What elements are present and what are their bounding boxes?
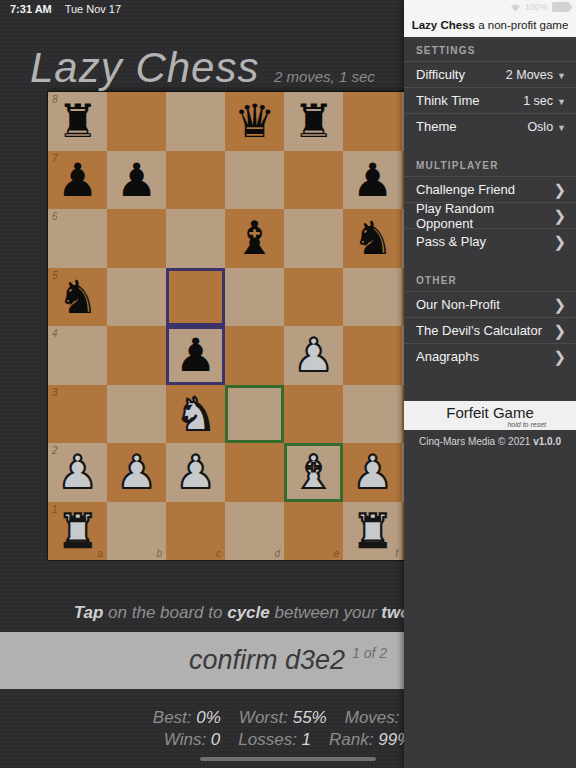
- piece-black-bishop-d6[interactable]: ♝: [234, 215, 275, 261]
- piece-white-rook-f1[interactable]: ♜: [352, 508, 393, 554]
- square-c1[interactable]: c: [166, 502, 225, 561]
- chevron-right-icon: ❯: [553, 207, 566, 224]
- stat-value: 0: [211, 730, 220, 749]
- square-c5[interactable]: [166, 268, 225, 327]
- chevron-right-icon: ❯: [553, 296, 566, 313]
- square-b2[interactable]: ♟: [107, 443, 166, 502]
- stat-best: Best: 0%: [153, 708, 221, 727]
- file-label-b: b: [156, 548, 162, 559]
- square-b5[interactable]: [107, 268, 166, 327]
- panel-row-anagraphs[interactable]: Anagraphs❯: [404, 343, 576, 369]
- piece-black-pawn-b7[interactable]: ♟: [116, 157, 157, 203]
- section-gap: [404, 254, 576, 267]
- row-label: Play Random Opponent: [416, 201, 553, 231]
- rank-label-4: 4: [52, 328, 58, 339]
- stat-label: Moves:: [345, 708, 405, 727]
- piece-white-knight-c3[interactable]: ♞: [175, 391, 216, 437]
- panel-row-theme[interactable]: ThemeOslo▼: [404, 113, 576, 139]
- file-label-f: f: [395, 548, 398, 559]
- app-title: Lazy Chess: [30, 44, 259, 91]
- rank-label-5: 5: [52, 270, 58, 281]
- row-value: 2 Moves: [506, 68, 553, 82]
- panel-row-challenge-friend[interactable]: Challenge Friend❯: [404, 176, 576, 202]
- wifi-icon: [510, 3, 521, 12]
- square-f7[interactable]: ♟: [343, 151, 402, 210]
- chevron-right-icon: ❯: [553, 348, 566, 365]
- stat-worst: Worst: 55%: [239, 708, 327, 727]
- square-a7[interactable]: ♟7: [48, 151, 107, 210]
- rank-label-7: 7: [52, 153, 58, 164]
- panel-row-our-non-profit[interactable]: Our Non-Profit❯: [404, 291, 576, 317]
- piece-black-rook-a8[interactable]: ♜: [57, 98, 98, 144]
- piece-black-queen-d8[interactable]: ♛: [234, 98, 275, 144]
- piece-white-pawn-a2[interactable]: ♟: [57, 449, 98, 495]
- page-title-group: Lazy Chess 2 moves, 1 sec: [30, 44, 375, 92]
- file-label-c: c: [216, 548, 221, 559]
- app-subtitle: 2 moves, 1 sec: [274, 68, 375, 85]
- piece-black-rook-e8[interactable]: ♜: [293, 98, 334, 144]
- row-value-group: 2 Moves▼: [506, 67, 566, 82]
- square-c4[interactable]: ♟: [166, 326, 225, 385]
- row-value: 1 sec: [523, 94, 553, 108]
- square-f6[interactable]: ♞: [343, 209, 402, 268]
- square-a3[interactable]: 3: [48, 385, 107, 444]
- stat-label: Rank:: [329, 730, 378, 749]
- square-f1[interactable]: ♜f: [343, 502, 402, 561]
- row-value-group: ❯: [553, 349, 566, 365]
- rank-label-6: 6: [52, 211, 58, 222]
- square-e2[interactable]: ♝: [284, 443, 343, 502]
- chevron-right-icon: ❯: [553, 322, 566, 339]
- row-value-group: Oslo▼: [527, 119, 566, 134]
- panel-row-play-random-opponent[interactable]: Play Random Opponent❯: [404, 202, 576, 228]
- chevron-right-icon: ❯: [553, 233, 566, 250]
- piece-white-rook-a1[interactable]: ♜: [57, 508, 98, 554]
- row-label: Anagraphs: [416, 349, 479, 364]
- square-a8[interactable]: ♜8: [48, 92, 107, 151]
- square-e7[interactable]: [284, 151, 343, 210]
- piece-white-pawn-f2[interactable]: ♟: [352, 449, 393, 495]
- row-label: Pass & Play: [416, 234, 486, 249]
- piece-white-pawn-e4[interactable]: ♟: [293, 332, 334, 378]
- square-f2[interactable]: ♟: [343, 443, 402, 502]
- file-label-a: a: [97, 548, 103, 559]
- panel-row-difficulty[interactable]: Difficulty2 Moves▼: [404, 61, 576, 87]
- battery-percent: 100%: [525, 2, 548, 12]
- square-a6[interactable]: 6: [48, 209, 107, 268]
- row-value-group: ❯: [553, 208, 566, 224]
- section-gap: [404, 139, 576, 152]
- square-d3[interactable]: [225, 385, 284, 444]
- file-label-d: d: [274, 548, 280, 559]
- status-bar: 7:31 AM Tue Nov 17: [10, 3, 121, 15]
- piece-black-knight-a5[interactable]: ♞: [57, 274, 98, 320]
- square-b1[interactable]: b: [107, 502, 166, 561]
- square-a2[interactable]: ♟2: [48, 443, 107, 502]
- piece-black-knight-f6[interactable]: ♞: [352, 215, 393, 261]
- square-c6[interactable]: [166, 209, 225, 268]
- row-label: Think Time: [416, 93, 480, 108]
- section-gap: [404, 369, 576, 382]
- stat-wins: Wins: 0: [164, 730, 221, 749]
- panel-row-pass-play[interactable]: Pass & Play❯: [404, 228, 576, 254]
- row-value-group: ❯: [553, 297, 566, 313]
- square-d2[interactable]: [225, 443, 284, 502]
- chevron-down-icon: ▼: [557, 71, 566, 81]
- panel-title: Lazy Chess a non-profit game: [404, 19, 576, 31]
- square-d7[interactable]: [225, 151, 284, 210]
- section-label-other: OTHER: [404, 267, 576, 291]
- square-a5[interactable]: ♞5: [48, 268, 107, 327]
- forfeit-game-label: Forfeit Game: [404, 401, 576, 425]
- square-f4[interactable]: [343, 326, 402, 385]
- square-d1[interactable]: d: [225, 502, 284, 561]
- hint-segment: cycle: [227, 603, 270, 622]
- stat-label: Worst:: [239, 708, 293, 727]
- forfeit-hold-hint: hold to reset: [507, 421, 546, 428]
- square-b7[interactable]: ♟: [107, 151, 166, 210]
- app-screen: 7:31 AM Tue Nov 17 Lazy Chess 2 moves, 1…: [0, 0, 576, 768]
- square-c2[interactable]: ♟: [166, 443, 225, 502]
- square-a4[interactable]: 4: [48, 326, 107, 385]
- home-indicator[interactable]: [200, 757, 376, 761]
- stat-label: Losses:: [238, 730, 301, 749]
- piece-black-pawn-f7[interactable]: ♟: [352, 157, 393, 203]
- row-value: Oslo: [527, 120, 553, 134]
- row-label: Challenge Friend: [416, 182, 515, 197]
- square-e1[interactable]: e: [284, 502, 343, 561]
- piece-black-pawn-c4[interactable]: ♟: [175, 332, 216, 378]
- square-b8[interactable]: [107, 92, 166, 151]
- stat-label: Wins:: [164, 730, 211, 749]
- row-value-group: ❯: [553, 234, 566, 250]
- forfeit-game-button[interactable]: Forfeit Game hold to reset: [404, 401, 576, 430]
- square-d5[interactable]: [225, 268, 284, 327]
- square-c3[interactable]: ♞: [166, 385, 225, 444]
- hint-segment: between your: [270, 603, 382, 622]
- panel-header: 100% Lazy Chess a non-profit game: [404, 0, 576, 37]
- stat-value: 55%: [293, 708, 327, 727]
- move-counter: 1 of 2: [352, 645, 387, 661]
- row-value-group: 1 sec▼: [523, 93, 566, 108]
- square-d6[interactable]: ♝: [225, 209, 284, 268]
- square-e6[interactable]: [284, 209, 343, 268]
- square-e3[interactable]: [284, 385, 343, 444]
- square-a1[interactable]: ♜1a: [48, 502, 107, 561]
- square-e5[interactable]: [284, 268, 343, 327]
- rank-label-3: 3: [52, 387, 58, 398]
- footer-credit: Cinq-Mars Media © 2021: [419, 436, 533, 447]
- chevron-down-icon: ▼: [557, 123, 566, 133]
- panel-row-think-time[interactable]: Think Time1 sec▼: [404, 87, 576, 113]
- piece-white-pawn-c2[interactable]: ♟: [175, 449, 216, 495]
- section-label-multiplayer: MULTIPLAYER: [404, 152, 576, 176]
- panel-row-the-devil-s-calculator[interactable]: The Devil's Calculator❯: [404, 317, 576, 343]
- battery-icon: [552, 2, 570, 12]
- row-label: Our Non-Profit: [416, 297, 500, 312]
- row-label: Theme: [416, 119, 456, 134]
- square-b4[interactable]: [107, 326, 166, 385]
- panel-footer: Cinq-Mars Media © 2021 v1.0.0: [404, 436, 576, 447]
- square-f5[interactable]: [343, 268, 402, 327]
- row-label: Difficulty: [416, 67, 465, 82]
- rank-label-8: 8: [52, 94, 58, 105]
- section-label-settings: SETTINGS: [404, 37, 576, 61]
- system-status-icons: 100%: [510, 2, 570, 12]
- piece-white-pawn-b2[interactable]: ♟: [116, 449, 157, 495]
- panel-title-bold: Lazy Chess: [412, 19, 475, 31]
- stat-value: 0%: [196, 708, 221, 727]
- rank-label-2: 2: [52, 445, 58, 456]
- square-f3[interactable]: [343, 385, 402, 444]
- square-c8[interactable]: [166, 92, 225, 151]
- square-c7[interactable]: [166, 151, 225, 210]
- settings-panel: 100% Lazy Chess a non-profit game SETTIN…: [404, 0, 576, 768]
- square-e4[interactable]: ♟: [284, 326, 343, 385]
- file-label-e: e: [333, 548, 339, 559]
- piece-white-bishop-e2[interactable]: ♝: [293, 449, 334, 495]
- square-d8[interactable]: ♛: [225, 92, 284, 151]
- stat-value: 1: [302, 730, 311, 749]
- footer-version: v1.0.0: [533, 436, 561, 447]
- chevron-right-icon: ❯: [553, 181, 566, 198]
- row-value-group: ❯: [553, 323, 566, 339]
- square-b6[interactable]: [107, 209, 166, 268]
- row-value-group: ❯: [553, 182, 566, 198]
- square-d4[interactable]: [225, 326, 284, 385]
- stat-rank: Rank: 99%: [329, 730, 412, 749]
- rank-label-1: 1: [52, 504, 58, 515]
- square-e8[interactable]: ♜: [284, 92, 343, 151]
- chevron-down-icon: ▼: [557, 97, 566, 107]
- square-b3[interactable]: [107, 385, 166, 444]
- status-date: Tue Nov 17: [65, 3, 121, 15]
- piece-black-pawn-a7[interactable]: ♟: [57, 157, 98, 203]
- hint-segment: on the board to: [103, 603, 227, 622]
- stat-label: Best:: [153, 708, 196, 727]
- square-f8[interactable]: [343, 92, 402, 151]
- panel-title-rest: a non-profit game: [475, 19, 568, 31]
- hint-segment: Tap: [74, 603, 104, 622]
- status-time: 7:31 AM: [10, 3, 52, 15]
- row-label: The Devil's Calculator: [416, 323, 542, 338]
- confirm-move-label: confirm d3e2: [189, 645, 345, 676]
- stat-losses: Losses: 1: [238, 730, 311, 749]
